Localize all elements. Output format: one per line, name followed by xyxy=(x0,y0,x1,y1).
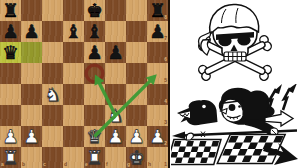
coordinate-label: 4 xyxy=(164,99,167,104)
coordinate-label: b xyxy=(22,162,25,167)
square-a1[interactable]: ♜a xyxy=(0,147,21,168)
chess-board[interactable]: ♜♚♜8♟♟♝♝♟7♛♟♟65♞4♞3♟♟♛♟♟♟2♜abcd♜ef♚g1h xyxy=(0,0,170,168)
screenshot-root: ♜♚♜8♟♟♝♝♟7♛♟♟65♞4♞3♟♟♛♟♟♟2♜abcd♜ef♚g1h xyxy=(0,0,300,168)
square-d5[interactable] xyxy=(63,63,84,84)
piece-black-bishop-e7[interactable]: ♝ xyxy=(84,21,105,42)
square-a5[interactable] xyxy=(0,63,21,84)
square-f7[interactable] xyxy=(105,21,126,42)
square-e6[interactable]: ♟ xyxy=(84,42,105,63)
chessboard-right-icon xyxy=(217,135,285,164)
square-b4[interactable] xyxy=(21,84,42,105)
square-h4[interactable]: 4 xyxy=(147,84,168,105)
eye-socket-left xyxy=(218,36,231,46)
square-b1[interactable]: b xyxy=(21,147,42,168)
teeth-icon xyxy=(224,52,246,61)
square-f2[interactable]: ♟ xyxy=(105,126,126,147)
square-c2[interactable] xyxy=(42,126,63,147)
dragon-cannon-icon xyxy=(177,100,218,125)
piece-black-pawn-f6[interactable]: ♟ xyxy=(105,42,126,63)
square-g1[interactable]: ♚g xyxy=(126,147,147,168)
square-e5[interactable] xyxy=(84,63,105,84)
square-c4[interactable]: ♞ xyxy=(42,84,63,105)
square-d6[interactable] xyxy=(63,42,84,63)
pirate-chess-scene xyxy=(171,84,299,168)
square-f6[interactable]: ♟ xyxy=(105,42,126,63)
square-d7[interactable]: ♝ xyxy=(63,21,84,42)
piece-white-rook-e1[interactable]: ♜ xyxy=(84,147,105,168)
piece-black-pawn-e6[interactable]: ♟ xyxy=(84,42,105,63)
square-a4[interactable] xyxy=(0,84,21,105)
square-a7[interactable]: ♟ xyxy=(0,21,21,42)
chess-board-grid[interactable]: ♜♚♜8♟♟♝♝♟7♛♟♟65♞4♞3♟♟♛♟♟♟2♜abcd♜ef♚g1h xyxy=(0,0,168,168)
square-c1[interactable]: c xyxy=(42,147,63,168)
square-g4[interactable] xyxy=(126,84,147,105)
square-a6[interactable]: ♛ xyxy=(0,42,21,63)
square-c6[interactable] xyxy=(42,42,63,63)
square-a8[interactable]: ♜ xyxy=(0,0,21,21)
coordinate-label: f xyxy=(106,162,108,167)
square-c3[interactable] xyxy=(42,105,63,126)
jolly-roger-icon xyxy=(180,0,290,84)
square-h5[interactable]: 5 xyxy=(147,63,168,84)
square-f3[interactable]: ♞ xyxy=(105,105,126,126)
square-f4[interactable] xyxy=(105,84,126,105)
square-e1[interactable]: ♜e xyxy=(84,147,105,168)
square-h3[interactable]: 3 xyxy=(147,105,168,126)
square-f5[interactable] xyxy=(105,63,126,84)
piece-black-pawn-b7[interactable]: ♟ xyxy=(21,21,42,42)
piece-white-pawn-g2[interactable]: ♟ xyxy=(126,126,147,147)
piece-white-pawn-a2[interactable]: ♟ xyxy=(0,126,21,147)
chessboard-left-icon xyxy=(171,133,223,164)
piece-white-pawn-b2[interactable]: ♟ xyxy=(21,126,42,147)
square-c8[interactable] xyxy=(42,0,63,21)
piece-white-queen-e2[interactable]: ♛ xyxy=(84,126,105,147)
square-f8[interactable] xyxy=(105,0,126,21)
piece-black-rook-a8[interactable]: ♜ xyxy=(0,0,21,21)
piece-white-pawn-f2[interactable]: ♟ xyxy=(105,126,126,147)
coordinate-label: 1 xyxy=(164,162,167,167)
piece-black-rook-h8[interactable]: ♜ xyxy=(147,0,168,21)
piece-black-pawn-a7[interactable]: ♟ xyxy=(0,21,21,42)
piece-black-king-e8[interactable]: ♚ xyxy=(84,0,105,21)
square-e2[interactable]: ♛ xyxy=(84,126,105,147)
piece-white-king-g1[interactable]: ♚ xyxy=(126,147,147,168)
coordinate-label: 3 xyxy=(164,120,167,125)
square-e4[interactable] xyxy=(84,84,105,105)
square-g6[interactable] xyxy=(126,42,147,63)
square-b2[interactable]: ♟ xyxy=(21,126,42,147)
pirate-eyepatch xyxy=(229,104,236,111)
coordinate-label: h xyxy=(148,162,151,167)
pirate-icon xyxy=(219,88,278,137)
pirate-eye xyxy=(238,105,241,108)
square-b6[interactable] xyxy=(21,42,42,63)
piece-white-knight-c4[interactable]: ♞ xyxy=(42,84,63,105)
square-b3[interactable] xyxy=(21,105,42,126)
bandana-tail xyxy=(201,40,210,56)
square-e7[interactable]: ♝ xyxy=(84,21,105,42)
square-d3[interactable] xyxy=(63,105,84,126)
pirate-panel xyxy=(170,0,300,168)
piece-black-bishop-d7[interactable]: ♝ xyxy=(63,21,84,42)
square-e3[interactable] xyxy=(84,105,105,126)
square-c7[interactable] xyxy=(42,21,63,42)
square-h8[interactable]: ♜8 xyxy=(147,0,168,21)
piece-black-pawn-h7[interactable]: ♟ xyxy=(147,21,168,42)
coordinate-label: 6 xyxy=(164,57,167,62)
eye-socket-right xyxy=(237,35,250,45)
square-h2[interactable]: ♟2 xyxy=(147,126,168,147)
square-a2[interactable]: ♟ xyxy=(0,126,21,147)
square-f1[interactable]: f xyxy=(105,147,126,168)
coordinate-label: d xyxy=(64,162,67,167)
square-g8[interactable] xyxy=(126,0,147,21)
square-b5[interactable] xyxy=(21,63,42,84)
square-b7[interactable]: ♟ xyxy=(21,21,42,42)
coordinate-label: c xyxy=(43,162,46,167)
square-g5[interactable] xyxy=(126,63,147,84)
square-d8[interactable] xyxy=(63,0,84,21)
piece-black-queen-a6[interactable]: ♛ xyxy=(0,42,21,63)
square-g3[interactable] xyxy=(126,105,147,126)
square-d4[interactable] xyxy=(63,84,84,105)
coordinate-label: 5 xyxy=(164,78,167,83)
square-h1[interactable]: 1h xyxy=(147,147,168,168)
square-h7[interactable]: ♟7 xyxy=(147,21,168,42)
square-b8[interactable] xyxy=(21,0,42,21)
square-g2[interactable]: ♟ xyxy=(126,126,147,147)
square-d1[interactable]: d xyxy=(63,147,84,168)
square-c5[interactable] xyxy=(42,63,63,84)
piece-white-knight-f3[interactable]: ♞ xyxy=(105,105,126,126)
square-e8[interactable]: ♚ xyxy=(84,0,105,21)
square-a3[interactable] xyxy=(0,105,21,126)
square-d2[interactable] xyxy=(63,126,84,147)
piece-white-rook-a1[interactable]: ♜ xyxy=(0,147,21,168)
square-h6[interactable]: 6 xyxy=(147,42,168,63)
square-g7[interactable] xyxy=(126,21,147,42)
piece-white-pawn-h2[interactable]: ♟ xyxy=(147,126,168,147)
